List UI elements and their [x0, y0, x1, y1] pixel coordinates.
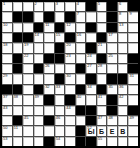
- black-cell-14-8: [76, 137, 86, 146]
- black-cell-4-2: [13, 33, 23, 42]
- cell-10-4[interactable]: 39: [34, 95, 44, 104]
- cell-14-1[interactable]: 53: [2, 137, 12, 146]
- cell-13-4[interactable]: [34, 126, 44, 135]
- cell-9-9[interactable]: 34: [86, 85, 96, 94]
- cell-13-2[interactable]: 51: [13, 126, 23, 135]
- clue-number: 7: [77, 12, 79, 16]
- cell-13-11[interactable]: Е: [107, 126, 117, 135]
- clue-number: 28: [98, 64, 102, 68]
- clue-number: 24: [87, 54, 91, 58]
- cell-14-12[interactable]: [118, 137, 128, 146]
- clue-number: 15: [56, 33, 60, 37]
- cell-7-12[interactable]: [118, 64, 128, 73]
- cell-14-2[interactable]: [13, 137, 23, 146]
- clue-number: 1: [3, 2, 5, 6]
- cell-1-7[interactable]: [65, 2, 75, 11]
- cell-5-5[interactable]: [44, 43, 54, 52]
- cell-14-4[interactable]: [34, 137, 44, 146]
- cell-6-8[interactable]: [76, 54, 86, 63]
- clue-number: 4: [77, 2, 79, 6]
- cell-13-1[interactable]: 50: [2, 126, 12, 135]
- cell-4-11[interactable]: 17: [107, 33, 117, 42]
- black-cell-9-1: [2, 85, 12, 94]
- cell-7-9[interactable]: 27: [86, 64, 96, 73]
- cell-5-4[interactable]: [34, 43, 44, 52]
- black-cell-4-7: [65, 33, 75, 42]
- cell-3-5[interactable]: 11: [44, 23, 54, 32]
- cell-7-7[interactable]: [65, 64, 75, 73]
- cell-1-4[interactable]: 2: [34, 2, 44, 11]
- clue-number: 8: [119, 12, 121, 16]
- cell-4-1[interactable]: [2, 33, 12, 42]
- cell-4-8[interactable]: 16: [76, 33, 86, 42]
- clue-number: 14: [35, 33, 39, 37]
- clue-number: 35: [108, 85, 112, 89]
- black-cell-9-4: [34, 85, 44, 94]
- cell-12-7[interactable]: [65, 116, 75, 125]
- cell-8-7[interactable]: 30: [65, 74, 75, 83]
- cell-12-6[interactable]: 46: [55, 116, 65, 125]
- black-cell-7-2: [13, 64, 23, 73]
- black-cell-6-13: [128, 54, 138, 63]
- cell-2-6[interactable]: [55, 12, 65, 21]
- cell-7-1[interactable]: [2, 64, 12, 73]
- cell-5-2[interactable]: [13, 43, 23, 52]
- cell-8-3[interactable]: [23, 74, 33, 83]
- cell-3-13[interactable]: [128, 23, 138, 32]
- clue-number: 20: [66, 43, 70, 47]
- cell-6-11[interactable]: 25: [107, 54, 117, 63]
- cell-14-6[interactable]: 54: [55, 137, 65, 146]
- black-cell-4-3: [23, 33, 33, 42]
- cell-6-1[interactable]: [2, 54, 12, 63]
- cell-7-3[interactable]: [23, 64, 33, 73]
- clue-number: 27: [87, 64, 91, 68]
- black-cell-1-11: [107, 2, 117, 11]
- entered-letter: Е: [107, 127, 117, 135]
- cell-11-10[interactable]: [97, 106, 107, 115]
- black-cell-13-8: [76, 126, 86, 135]
- cell-2-13[interactable]: 9: [128, 12, 138, 21]
- cell-9-11[interactable]: 35: [107, 85, 117, 94]
- black-cell-7-13: [128, 64, 138, 73]
- cell-13-10[interactable]: Б: [97, 126, 107, 135]
- black-cell-11-11: [107, 106, 117, 115]
- black-cell-5-9: [86, 43, 96, 52]
- cell-2-8[interactable]: 7: [76, 12, 86, 21]
- clue-number: 55: [98, 137, 102, 141]
- cell-8-13[interactable]: 31: [128, 74, 138, 83]
- black-cell-3-11: [107, 23, 117, 32]
- cell-5-13[interactable]: [128, 43, 138, 52]
- black-cell-10-5: [44, 95, 54, 104]
- cell-6-9[interactable]: 24: [86, 54, 96, 63]
- cell-12-3[interactable]: 45: [23, 116, 33, 125]
- cell-3-2[interactable]: [13, 23, 23, 32]
- black-cell-2-5: [44, 12, 54, 21]
- cell-9-7[interactable]: [65, 85, 75, 94]
- clue-number: 38: [14, 95, 18, 99]
- clue-number: 30: [66, 74, 70, 78]
- clue-number: 48: [108, 116, 112, 120]
- cell-8-2[interactable]: [13, 74, 23, 83]
- cell-14-3[interactable]: [23, 137, 33, 146]
- cell-11-12[interactable]: [118, 106, 128, 115]
- cell-10-6[interactable]: [55, 95, 65, 104]
- clue-number: 2: [35, 2, 37, 6]
- cell-4-6[interactable]: 15: [55, 33, 65, 42]
- cell-1-5[interactable]: [44, 2, 54, 11]
- clue-number: 9: [129, 12, 131, 16]
- cell-2-1[interactable]: [2, 12, 12, 21]
- cell-11-4[interactable]: [34, 106, 44, 115]
- cell-3-1[interactable]: 10: [2, 23, 12, 32]
- cell-8-1[interactable]: 29: [2, 74, 12, 83]
- black-cell-14-5: [44, 137, 54, 146]
- clue-number: 45: [24, 116, 28, 120]
- clue-number: 51: [14, 126, 18, 130]
- black-cell-12-5: [44, 116, 54, 125]
- cell-9-12[interactable]: 36: [118, 85, 128, 94]
- clue-number: 10: [3, 23, 7, 27]
- black-cell-6-10: [97, 54, 107, 63]
- black-cell-14-9: [86, 137, 96, 146]
- cell-8-4[interactable]: [34, 74, 44, 83]
- cell-3-7[interactable]: 12: [65, 23, 75, 32]
- cell-10-10[interactable]: 41: [97, 95, 107, 104]
- black-cell-11-9: [86, 106, 96, 115]
- entered-letter: В: [118, 127, 128, 135]
- cell-10-13[interactable]: [128, 95, 138, 104]
- cell-9-13[interactable]: [128, 85, 138, 94]
- cell-3-12[interactable]: 13: [118, 23, 128, 32]
- clue-number: 43: [3, 106, 7, 110]
- black-cell-7-8: [76, 64, 86, 73]
- cell-9-5[interactable]: 32: [44, 85, 54, 94]
- cell-10-8[interactable]: 40: [76, 95, 86, 104]
- clue-number: 25: [108, 54, 112, 58]
- cell-1-2[interactable]: [13, 2, 23, 11]
- black-cell-8-11: [107, 74, 117, 83]
- cell-7-6[interactable]: [55, 64, 65, 73]
- cell-4-5[interactable]: [44, 33, 54, 42]
- cell-13-3[interactable]: [23, 126, 33, 135]
- clue-number: 6: [119, 2, 121, 6]
- black-cell-6-2: [13, 54, 23, 63]
- clue-number: 41: [98, 95, 102, 99]
- clue-number: 44: [66, 106, 70, 110]
- cell-1-6[interactable]: 3: [55, 2, 65, 11]
- cell-2-10[interactable]: [97, 12, 107, 21]
- cell-4-4[interactable]: 14: [34, 33, 44, 42]
- cell-11-7[interactable]: 44: [65, 106, 75, 115]
- black-cell-1-9: [86, 2, 96, 11]
- cell-4-9[interactable]: [86, 33, 96, 42]
- clue-number: 40: [77, 95, 81, 99]
- clue-number: 3: [56, 2, 58, 6]
- cell-6-7[interactable]: 23: [65, 54, 75, 63]
- cell-8-5[interactable]: [44, 74, 54, 83]
- clue-number: 31: [129, 74, 133, 78]
- cell-5-10[interactable]: 21: [97, 43, 107, 52]
- black-cell-12-9: [86, 116, 96, 125]
- clue-number: 11: [45, 23, 49, 27]
- clue-number: 21: [98, 43, 102, 47]
- cell-2-4[interactable]: [34, 12, 44, 21]
- clue-number: 17: [108, 33, 112, 37]
- cell-5-11[interactable]: [107, 43, 117, 52]
- black-cell-3-4: [34, 23, 44, 32]
- cell-11-6[interactable]: [55, 106, 65, 115]
- black-cell-2-3: [23, 12, 33, 21]
- black-cell-11-8: [76, 106, 86, 115]
- clue-number: 34: [87, 85, 91, 89]
- cell-4-13[interactable]: [128, 33, 138, 42]
- cell-14-13[interactable]: [128, 137, 138, 146]
- clue-number: 50: [3, 126, 7, 130]
- cell-8-10[interactable]: [97, 74, 107, 83]
- cell-9-3[interactable]: [23, 85, 33, 94]
- crossword-board: 1234567891011121314151617181920212223242…: [0, 0, 140, 148]
- clue-number: 13: [119, 23, 123, 27]
- cell-6-4[interactable]: [34, 54, 44, 63]
- cell-11-2[interactable]: [13, 106, 23, 115]
- cell-4-12[interactable]: [118, 33, 128, 42]
- cell-10-9[interactable]: [86, 95, 96, 104]
- cell-12-13[interactable]: 49: [128, 116, 138, 125]
- black-cell-2-7: [65, 12, 75, 21]
- black-cell-8-9: [86, 74, 96, 83]
- cell-7-10[interactable]: 28: [97, 64, 107, 73]
- cell-7-5[interactable]: 26: [44, 64, 54, 73]
- black-cell-6-5: [44, 54, 54, 63]
- clue-number: 42: [119, 95, 123, 99]
- black-cell-5-6: [55, 43, 65, 52]
- clue-number: 32: [45, 85, 49, 89]
- clue-number: 16: [77, 33, 81, 37]
- clue-number: 5: [98, 2, 100, 6]
- black-cell-8-6: [55, 74, 65, 83]
- cell-3-8[interactable]: [76, 23, 86, 32]
- clue-number: 18: [3, 43, 7, 47]
- cell-12-11[interactable]: 48: [107, 116, 117, 125]
- clue-number: 22: [24, 54, 28, 58]
- cell-6-3[interactable]: 22: [23, 54, 33, 63]
- cell-14-11[interactable]: [107, 137, 117, 146]
- cell-2-12[interactable]: 8: [118, 12, 128, 21]
- cell-1-10[interactable]: 5: [97, 2, 107, 11]
- clue-number: 39: [35, 95, 39, 99]
- cell-3-3[interactable]: [23, 23, 33, 32]
- cell-2-9[interactable]: [86, 12, 96, 21]
- cell-5-3[interactable]: 19: [23, 43, 33, 52]
- cell-6-12[interactable]: [118, 54, 128, 63]
- cell-11-5[interactable]: [44, 106, 54, 115]
- cell-13-5[interactable]: [44, 126, 54, 135]
- cell-1-12[interactable]: 6: [118, 2, 128, 11]
- black-cell-2-11: [107, 12, 117, 21]
- black-cell-10-7: [65, 95, 75, 104]
- clue-number: 19: [24, 43, 28, 47]
- cell-10-2[interactable]: 38: [13, 95, 23, 104]
- cell-1-3[interactable]: [23, 2, 33, 11]
- cell-13-13[interactable]: [128, 126, 138, 135]
- cell-5-7[interactable]: 20: [65, 43, 75, 52]
- cell-12-12[interactable]: [118, 116, 128, 125]
- clue-number: 23: [66, 54, 70, 58]
- cell-8-8[interactable]: [76, 74, 86, 83]
- cell-5-8[interactable]: [76, 43, 86, 52]
- cell-5-12[interactable]: [118, 43, 128, 52]
- black-cell-7-4: [34, 64, 44, 73]
- cell-12-10[interactable]: 47: [97, 116, 107, 125]
- black-cell-3-9: [86, 23, 96, 32]
- clue-number: 49: [129, 116, 133, 120]
- black-cell-3-6: [55, 23, 65, 32]
- clue-number: 29: [3, 74, 7, 78]
- black-cell-8-12: [118, 74, 128, 83]
- cell-13-7[interactable]: [65, 126, 75, 135]
- black-cell-9-10: [97, 85, 107, 94]
- black-cell-12-2: [13, 116, 23, 125]
- cell-7-11[interactable]: [107, 64, 117, 73]
- clue-number: 53: [3, 137, 7, 141]
- black-cell-10-11: [107, 95, 117, 104]
- entered-letter: Б: [97, 127, 107, 135]
- cell-5-1[interactable]: 18: [2, 43, 12, 52]
- black-cell-9-8: [76, 85, 86, 94]
- cell-10-3[interactable]: [23, 95, 33, 104]
- cell-13-9[interactable]: 52Ы: [86, 126, 96, 135]
- cell-9-6[interactable]: 33: [55, 85, 65, 94]
- cell-13-6[interactable]: [55, 126, 65, 135]
- cell-10-1[interactable]: 37: [2, 95, 12, 104]
- black-cell-2-2: [13, 12, 23, 21]
- clue-number: 26: [45, 64, 49, 68]
- cell-11-1[interactable]: 43: [2, 106, 12, 115]
- clue-number: 46: [56, 116, 60, 120]
- clue-number: 47: [98, 116, 102, 120]
- cell-12-4[interactable]: [34, 116, 44, 125]
- clue-number: 54: [56, 137, 60, 141]
- cell-12-1[interactable]: [2, 116, 12, 125]
- clue-number: 12: [66, 23, 70, 27]
- cell-1-1[interactable]: 1: [2, 2, 12, 11]
- black-cell-1-13: [128, 2, 138, 11]
- cell-14-7[interactable]: [65, 137, 75, 146]
- crossword-page: 1234567891011121314151617181920212223242…: [0, 0, 140, 148]
- black-cell-4-10: [97, 33, 107, 42]
- cell-1-8[interactable]: 4: [76, 2, 86, 11]
- entered-letter: Ы: [86, 127, 96, 135]
- black-cell-9-2: [13, 85, 23, 94]
- black-cell-11-13: [128, 106, 138, 115]
- black-cell-6-6: [55, 54, 65, 63]
- clue-number: 36: [119, 85, 123, 89]
- cell-14-10[interactable]: 55: [97, 137, 107, 146]
- cell-12-8[interactable]: [76, 116, 86, 125]
- cell-11-3[interactable]: [23, 106, 33, 115]
- cell-3-10[interactable]: [97, 23, 107, 32]
- cell-13-12[interactable]: В: [118, 126, 128, 135]
- clue-number: 33: [56, 85, 60, 89]
- clue-number: 37: [3, 95, 7, 99]
- cell-10-12[interactable]: 42: [118, 95, 128, 104]
